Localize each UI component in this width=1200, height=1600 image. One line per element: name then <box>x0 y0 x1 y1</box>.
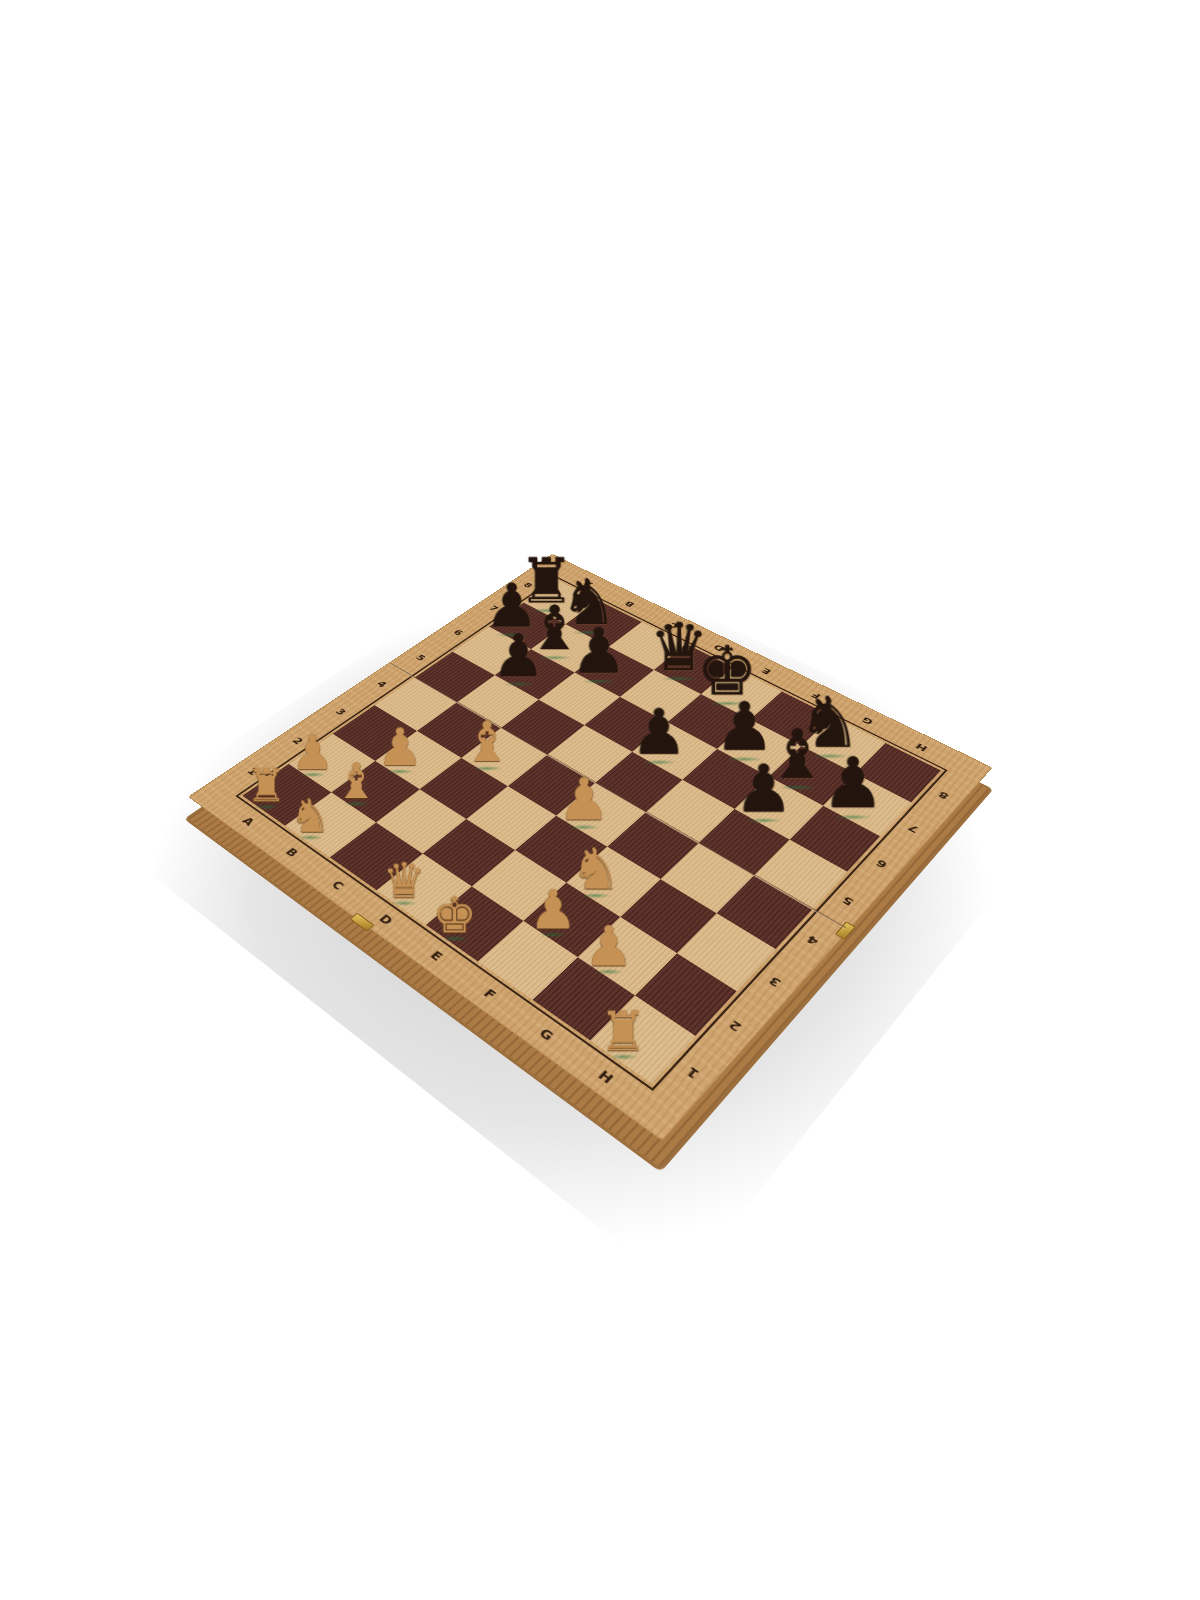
file-label-bottom-C: C <box>329 878 348 892</box>
file-label-top-D: D <box>711 643 727 653</box>
rank-label-left-3: 3 <box>333 706 349 717</box>
felt-base <box>297 835 323 840</box>
file-label-bottom-D: D <box>376 912 396 928</box>
rank-label-right-5: 5 <box>840 894 857 908</box>
rank-label-left-8: 8 <box>521 581 535 589</box>
file-label-bottom-G: G <box>536 1025 557 1043</box>
file-label-top-C: C <box>666 621 680 630</box>
felt-base <box>391 901 418 906</box>
file-label-top-G: G <box>860 715 876 726</box>
file-label-top-F: F <box>809 690 824 700</box>
felt-base <box>608 1054 638 1060</box>
file-label-bottom-F: F <box>481 986 500 1002</box>
rank-label-left-6: 6 <box>451 628 466 637</box>
rank-label-right-1: 1 <box>683 1064 703 1082</box>
rank-label-right-7: 7 <box>906 822 922 835</box>
rank-label-left-4: 4 <box>374 679 390 689</box>
file-label-bottom-A: A <box>240 814 259 827</box>
board-frame: ♜♞♛♚♞♟♝♟♟♝♟♟♟♟♝♟♟♞♟♝♟♟♜♞♛♚♜ 88AA77BB66CC… <box>188 554 993 1141</box>
file-label-top-H: H <box>913 741 930 753</box>
felt-base <box>343 801 370 806</box>
file-label-bottom-B: B <box>283 845 302 859</box>
white-queen-d1: ♛ <box>382 857 425 905</box>
product-photo-scene: ♜♞♛♚♞♟♝♟♟♝♟♟♟♟♝♟♟♞♟♝♟♟♜♞♛♚♜ 88AA77BB66CC… <box>0 0 1200 1600</box>
rank-label-left-2: 2 <box>290 735 307 746</box>
rank-label-right-2: 2 <box>726 1017 745 1034</box>
rank-label-right-4: 4 <box>804 933 822 948</box>
rank-label-left-1: 1 <box>245 765 262 777</box>
rank-label-right-8: 8 <box>936 789 952 801</box>
felt-base <box>441 936 469 942</box>
square-g6: ♟ <box>735 777 824 840</box>
file-label-top-E: E <box>759 666 773 676</box>
file-label-bottom-E: E <box>428 948 447 963</box>
rank-label-right-3: 3 <box>766 974 784 990</box>
file-label-top-A: A <box>580 579 594 588</box>
rank-label-left-7: 7 <box>487 604 501 613</box>
file-label-top-B: B <box>622 599 637 608</box>
white-bishop-b2: ♝ <box>334 756 378 805</box>
file-label-bottom-H: H <box>595 1067 617 1086</box>
felt-base <box>254 804 279 809</box>
rank-label-left-5: 5 <box>414 653 429 663</box>
chess-board: ♜♞♛♚♞♟♝♟♟♝♟♟♟♟♝♟♟♞♟♝♟♟♜♞♛♚♜ 88AA77BB66CC… <box>188 554 993 1141</box>
rank-label-right-6: 6 <box>874 857 891 870</box>
